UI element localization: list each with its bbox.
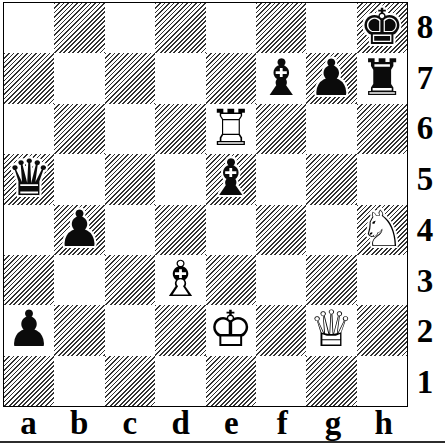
rank-label-8: 8 (408, 2, 442, 53)
square-a8 (4, 3, 54, 53)
rank-label-4: 4 (408, 205, 442, 256)
square-c1 (105, 356, 155, 406)
square-e7 (206, 53, 256, 103)
square-c2 (105, 305, 155, 355)
square-f8 (256, 3, 306, 53)
file-label-e: e (206, 405, 257, 442)
square-g2: ♛♕ (306, 305, 356, 355)
piece-black-pawn: ♟ (306, 53, 356, 103)
square-h7: ♜ (357, 53, 407, 103)
square-h8: ♚ (357, 3, 407, 53)
black-king-glyph: ♚ (357, 2, 407, 52)
black-pawn-glyph: ♟ (54, 204, 104, 254)
square-h2 (357, 305, 407, 355)
square-h1 (357, 356, 407, 406)
square-d3: ♝♗ (155, 255, 205, 305)
piece-black-king: ♚ (357, 3, 407, 53)
square-f1 (256, 356, 306, 406)
square-a5: ♛ (4, 154, 54, 204)
black-queen-glyph: ♛ (4, 153, 54, 203)
piece-black-bishop: ♝ (206, 154, 256, 204)
square-c5 (105, 154, 155, 204)
black-bishop-glyph: ♝ (206, 153, 256, 203)
square-g1 (306, 356, 356, 406)
white-rook-outline: ♖ (206, 103, 256, 153)
piece-black-rook: ♜ (357, 53, 407, 103)
square-g6 (306, 104, 356, 154)
piece-white-queen: ♛♕ (306, 305, 356, 355)
square-h4: ♞♘ (357, 205, 407, 255)
square-b5 (54, 154, 104, 204)
piece-white-rook: ♜♖ (206, 104, 256, 154)
square-a3 (4, 255, 54, 305)
square-a2: ♟ (4, 305, 54, 355)
file-label-h: h (358, 405, 409, 442)
square-b6 (54, 104, 104, 154)
square-d8 (155, 3, 205, 53)
square-g5 (306, 154, 356, 204)
square-f5 (256, 154, 306, 204)
square-b2 (54, 305, 104, 355)
file-label-f: f (257, 405, 308, 442)
square-b4: ♟ (54, 205, 104, 255)
bottom-divider (0, 441, 445, 443)
file-label-b: b (54, 405, 105, 442)
piece-black-pawn: ♟ (54, 205, 104, 255)
rank-label-6: 6 (408, 104, 442, 155)
white-king-outline: ♔ (206, 304, 256, 354)
white-bishop-outline: ♗ (155, 254, 205, 304)
chess-diagram: ♚♝♟♜♜♖♛♝♟♞♘♝♗♟♚♔♛♕ 87654321 abcdefgh (0, 0, 445, 445)
white-knight-outline: ♘ (357, 204, 407, 254)
square-e3 (206, 255, 256, 305)
rank-label-3: 3 (408, 256, 442, 307)
square-d2 (155, 305, 205, 355)
white-queen-outline: ♕ (306, 304, 356, 354)
piece-white-bishop: ♝♗ (155, 255, 205, 305)
square-d6 (155, 104, 205, 154)
square-h5 (357, 154, 407, 204)
square-g8 (306, 3, 356, 53)
file-labels: abcdefgh (3, 405, 409, 442)
black-pawn-glyph: ♟ (306, 53, 356, 103)
square-e1 (206, 356, 256, 406)
square-b3 (54, 255, 104, 305)
square-f3 (256, 255, 306, 305)
square-c7 (105, 53, 155, 103)
rank-label-2: 2 (408, 307, 442, 358)
piece-white-king: ♚♔ (206, 305, 256, 355)
file-label-d: d (155, 405, 206, 442)
file-label-a: a (3, 405, 54, 442)
square-d4 (155, 205, 205, 255)
black-pawn-glyph: ♟ (4, 304, 54, 354)
square-d5 (155, 154, 205, 204)
piece-white-knight: ♞♘ (357, 205, 407, 255)
piece-black-bishop: ♝ (256, 53, 306, 103)
file-label-g: g (308, 405, 359, 442)
square-f4 (256, 205, 306, 255)
rank-label-1: 1 (408, 357, 442, 408)
chess-board: ♚♝♟♜♜♖♛♝♟♞♘♝♗♟♚♔♛♕ (3, 2, 408, 407)
square-e8 (206, 3, 256, 53)
square-d7 (155, 53, 205, 103)
square-e6: ♜♖ (206, 104, 256, 154)
square-d1 (155, 356, 205, 406)
square-f7: ♝ (256, 53, 306, 103)
square-g3 (306, 255, 356, 305)
piece-black-pawn: ♟ (4, 305, 54, 355)
piece-black-queen: ♛ (4, 154, 54, 204)
square-h6 (357, 104, 407, 154)
black-bishop-glyph: ♝ (256, 53, 306, 103)
square-b8 (54, 3, 104, 53)
rank-label-7: 7 (408, 53, 442, 104)
file-label-c: c (105, 405, 156, 442)
square-h3 (357, 255, 407, 305)
square-g4 (306, 205, 356, 255)
square-c4 (105, 205, 155, 255)
square-a4 (4, 205, 54, 255)
square-c8 (105, 3, 155, 53)
square-a1 (4, 356, 54, 406)
black-rook-glyph: ♜ (357, 53, 407, 103)
square-e4 (206, 205, 256, 255)
square-e5: ♝ (206, 154, 256, 204)
square-e2: ♚♔ (206, 305, 256, 355)
square-b7 (54, 53, 104, 103)
square-a7 (4, 53, 54, 103)
rank-label-5: 5 (408, 154, 442, 205)
square-a6 (4, 104, 54, 154)
square-f6 (256, 104, 306, 154)
square-c3 (105, 255, 155, 305)
square-b1 (54, 356, 104, 406)
square-f2 (256, 305, 306, 355)
square-c6 (105, 104, 155, 154)
square-g7: ♟ (306, 53, 356, 103)
rank-labels: 87654321 (408, 2, 442, 408)
